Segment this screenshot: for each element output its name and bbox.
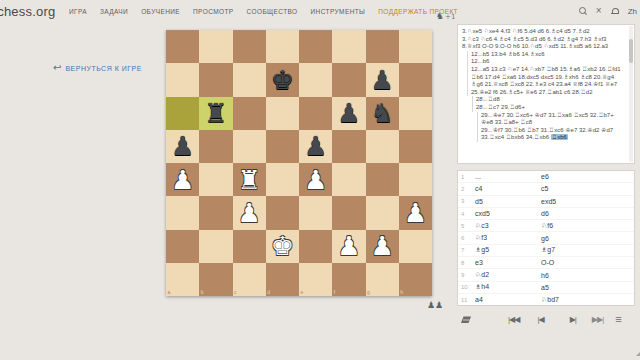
square-d2[interactable]: ♚ — [266, 230, 299, 263]
white-move[interactable]: c4 — [475, 185, 541, 192]
go-previous-move-button[interactable]: |◀ — [537, 315, 543, 324]
black-move[interactable]: exd5 — [541, 198, 634, 205]
site-logo-text: lichess.org — [0, 4, 55, 19]
file-label-b: b — [201, 290, 204, 295]
material-indicator-black: ♞ +1 — [436, 12, 455, 21]
move-row-5: 5♘c3♘f6 — [458, 220, 634, 232]
analysis-tree-panel: 3.♘xe5 ♘xe4 4.f3 ♘f6 5.d4 d6 6.♗c4 d5 7.… — [457, 24, 635, 164]
move-number: 7 — [458, 247, 475, 253]
square-f1[interactable]: f — [332, 263, 365, 296]
nav-right: × Zh — [579, 0, 637, 22]
square-e7[interactable] — [299, 63, 332, 96]
square-g6[interactable]: ♞ — [366, 97, 399, 130]
move-number: 8 — [458, 260, 475, 266]
square-h5[interactable] — [399, 130, 432, 163]
username[interactable]: Zh — [628, 7, 637, 16]
square-f6[interactable]: ♟ — [332, 97, 365, 130]
square-e1[interactable]: e — [299, 263, 332, 296]
white-rook-c4: ♜ — [237, 167, 260, 193]
file-label-d: d — [267, 290, 270, 295]
menu-item-игра[interactable]: ИГРА — [69, 8, 87, 15]
file-label-h: h — [400, 290, 403, 295]
square-g1[interactable]: g — [366, 263, 399, 296]
moves-table: 1...e62c4c53d5exd54cxd5d65♘c3♘f66♘f3g67♗… — [457, 170, 635, 306]
menu-item-просмотр[interactable]: ПРОСМОТР — [193, 8, 234, 15]
challenges-icon[interactable]: × — [596, 6, 602, 16]
square-c7[interactable] — [233, 63, 266, 96]
captured-pawns-icon: ♟♟ — [427, 301, 443, 310]
black-move[interactable]: O-O — [541, 259, 634, 266]
current-move[interactable]: ♖xb6 — [551, 134, 568, 140]
move-row-11: 11a4♘bd7 — [458, 294, 634, 306]
variation-line-3[interactable]: 12...b5 13.b4 ♗b6 14.♗xc6 — [467, 51, 626, 59]
square-h7[interactable] — [399, 63, 432, 96]
square-g4[interactable] — [366, 163, 399, 196]
move-row-1: 1...e6 — [458, 171, 634, 183]
black-move[interactable]: ♘f6 — [541, 222, 634, 230]
square-c4[interactable]: ♜ — [233, 163, 266, 196]
square-a6[interactable] — [166, 97, 199, 130]
square-d7[interactable]: ♚ — [266, 63, 299, 96]
square-c3[interactable]: ♟ — [233, 196, 266, 229]
file-label-e: e — [301, 290, 304, 295]
black-move[interactable]: a5 — [541, 284, 634, 291]
white-move[interactable]: ♗g5 — [475, 246, 541, 254]
square-a2[interactable] — [166, 230, 199, 263]
chess-board: ♚♟♜♟♞♟♟♟♜♟♟♟♚♟♟abcdefgh — [166, 30, 432, 296]
variation-line-5[interactable]: 12...a5 13.c3 ♘e7 14.♘xb7 ♖b8 15.♗a6 ♖xb… — [467, 66, 626, 96]
square-b7[interactable] — [199, 63, 232, 96]
square-d3[interactable] — [266, 196, 299, 229]
square-b6[interactable]: ♜ — [199, 97, 232, 130]
square-f8[interactable] — [332, 30, 365, 63]
menu-item-задачи[interactable]: ЗАДАЧИ — [100, 8, 128, 15]
white-move[interactable]: ... — [475, 173, 541, 180]
white-pawn-g2: ♟ — [370, 233, 393, 259]
search-icon[interactable] — [579, 7, 587, 15]
move-number: 3 — [458, 198, 475, 204]
main-menu: ИГРАЗАДАЧИОБУЧЕНИЕПРОСМОТРСООБЩЕСТВОИНСТ… — [69, 8, 458, 15]
move-row-2: 2c4c5 — [458, 183, 634, 195]
move-row-3: 3d5exd5 — [458, 196, 634, 208]
go-first-move-button[interactable]: |◀◀ — [508, 315, 519, 324]
analysis-tree: 3.♘xe5 ♘xe4 4.f3 ♘f6 5.d4 d6 6.♗c4 d5 7.… — [458, 25, 634, 144]
site-logo[interactable]: lichess.org — [0, 2, 55, 20]
move-number: 10 — [458, 284, 475, 290]
move-row-10: 10♗h4a5 — [458, 282, 634, 294]
tree-scrollbar-thumb[interactable] — [629, 39, 633, 63]
move-number: 11 — [458, 297, 475, 303]
white-move[interactable]: ♘d2 — [475, 271, 541, 279]
black-move[interactable]: c5 — [541, 185, 634, 192]
square-b5[interactable] — [199, 130, 232, 163]
move-number: 1 — [458, 174, 475, 180]
menu-item-сообщество[interactable]: СООБЩЕСТВО — [247, 8, 298, 15]
file-label-g: g — [367, 290, 370, 295]
white-king-d2: ♚ — [271, 233, 294, 259]
white-move[interactable]: d5 — [475, 198, 541, 205]
move-row-6: 6♘f3g6 — [458, 232, 634, 244]
go-last-move-button[interactable]: ▶▶| — [592, 315, 603, 324]
black-move[interactable]: ♘bd7 — [541, 296, 634, 304]
square-a5[interactable]: ♟ — [166, 130, 199, 163]
square-e4[interactable]: ♟ — [299, 163, 332, 196]
square-f7[interactable] — [332, 63, 365, 96]
white-pawn-h3: ♟ — [404, 200, 427, 226]
black-knight-g6: ♞ — [370, 100, 393, 126]
square-g8[interactable] — [366, 30, 399, 63]
square-d5[interactable] — [266, 130, 299, 163]
square-d4[interactable] — [266, 163, 299, 196]
white-pawn-c3: ♟ — [237, 200, 260, 226]
square-b3[interactable] — [199, 196, 232, 229]
white-move[interactable]: ♘c3 — [475, 222, 541, 230]
variation-line-9[interactable]: 29...♔f7 30.♖b6 ♖b7 31.♖xc6 ♔e7 32.♔d2 ♔… — [477, 127, 626, 142]
square-b4[interactable] — [199, 163, 232, 196]
move-row-9: 9♘d2h6 — [458, 269, 634, 281]
material-score: +1 — [445, 13, 455, 21]
move-row-4: 4cxd5d6 — [458, 208, 634, 220]
black-rook-b6: ♜ — [204, 100, 227, 126]
square-c2[interactable] — [233, 230, 266, 263]
black-pawn-e5: ♟ — [304, 133, 327, 159]
back-arrow-icon: ↩ — [53, 63, 61, 73]
square-f2[interactable]: ♟ — [332, 230, 365, 263]
white-pawn-f2: ♟ — [337, 233, 360, 259]
analysis-toolbar: |◀◀ |◀ ▶| ▶▶| ≡ — [457, 311, 635, 327]
variation-line-6[interactable]: 28...♖d8 — [472, 96, 626, 104]
square-c6[interactable] — [233, 97, 266, 130]
square-e2[interactable] — [299, 230, 332, 263]
square-a1[interactable]: a — [166, 263, 199, 296]
square-h1[interactable]: h — [399, 263, 432, 296]
back-to-game-link[interactable]: ↩ ВЕРНУТЬСЯ К ИГРЕ — [53, 63, 142, 73]
file-label-a: a — [168, 290, 171, 295]
square-g3[interactable] — [366, 196, 399, 229]
square-d1[interactable]: d — [266, 263, 299, 296]
back-to-game-label: ВЕРНУТЬСЯ К ИГРЕ — [65, 65, 141, 72]
menu-item-инструменты[interactable]: ИНСТРУМЕНТЫ — [311, 8, 366, 15]
square-c8[interactable] — [233, 30, 266, 63]
square-e3[interactable] — [299, 196, 332, 229]
square-e5[interactable]: ♟ — [299, 130, 332, 163]
white-move[interactable]: e3 — [475, 259, 541, 266]
square-b1[interactable]: b — [199, 263, 232, 296]
square-b8[interactable] — [199, 30, 232, 63]
square-h2[interactable] — [399, 230, 432, 263]
square-f5[interactable] — [332, 130, 365, 163]
square-d6[interactable] — [266, 97, 299, 130]
material-indicator-white: ♟♟ — [427, 301, 443, 310]
square-a4[interactable]: ♟ — [166, 163, 199, 196]
square-c1[interactable]: c — [233, 263, 266, 296]
black-pawn-g7: ♟ — [370, 67, 393, 93]
move-row-8: 8e3O-O — [458, 257, 634, 269]
black-move[interactable]: h6 — [541, 272, 634, 279]
square-f3[interactable] — [332, 196, 365, 229]
variation-line-8[interactable]: 29...♔e7 30.♖xc6+ ♔d7 31.♖xa6 ♖xc5 32.♖b… — [477, 112, 626, 127]
move-number: 2 — [458, 186, 475, 192]
move-number: 5 — [458, 223, 475, 229]
opening-book-icon[interactable] — [460, 310, 472, 328]
square-b2[interactable] — [199, 230, 232, 263]
black-move[interactable]: ♗g7 — [541, 246, 634, 254]
variation-line-4[interactable]: 12...b6 — [467, 58, 626, 66]
white-pawn-e4: ♟ — [304, 167, 327, 193]
move-number: 6 — [458, 235, 475, 241]
square-e8[interactable] — [299, 30, 332, 63]
white-move[interactable]: ♗h4 — [475, 283, 541, 291]
white-move[interactable]: a4 — [475, 296, 541, 303]
black-king-d7: ♚ — [271, 67, 294, 93]
square-g2[interactable]: ♟ — [366, 230, 399, 263]
square-g7[interactable]: ♟ — [366, 63, 399, 96]
white-move[interactable]: ♘f3 — [475, 234, 541, 242]
black-move[interactable]: g6 — [541, 235, 634, 242]
go-next-move-button[interactable]: ▶| — [570, 315, 576, 324]
white-pawn-a4: ♟ — [171, 167, 194, 193]
black-knight-material-icon: ♞ — [436, 12, 444, 21]
toolbar-menu-icon[interactable]: ≡ — [615, 314, 621, 325]
square-e6[interactable] — [299, 97, 332, 130]
square-a8[interactable] — [166, 30, 199, 63]
square-h3[interactable]: ♟ — [399, 196, 432, 229]
variation-line-2[interactable]: 3.♘c3 ♘c6 4.♗c4 ♗c5 5.d3 d6 6.♗d2 ♗g4 7.… — [462, 36, 626, 51]
top-nav: lichess.org ИГРАЗАДАЧИОБУЧЕНИЕПРОСМОТРСО… — [0, 0, 640, 22]
square-a7[interactable] — [166, 63, 199, 96]
square-c5[interactable] — [233, 130, 266, 163]
black-pawn-a5: ♟ — [171, 133, 194, 159]
page-corner-handle — [636, 350, 640, 356]
square-h8[interactable] — [399, 30, 432, 63]
variation-line-7[interactable]: 28...♖c7 29.♖d6+ — [472, 104, 626, 112]
square-d8[interactable] — [266, 30, 299, 63]
notifications-bell-icon[interactable] — [611, 7, 619, 16]
square-h4[interactable] — [399, 163, 432, 196]
square-a3[interactable] — [166, 196, 199, 229]
black-move[interactable]: d6 — [541, 210, 634, 217]
black-move[interactable]: e6 — [541, 173, 634, 180]
file-label-c: c — [234, 290, 237, 295]
white-move[interactable]: cxd5 — [475, 210, 541, 217]
square-h6[interactable] — [399, 97, 432, 130]
move-row-7: 7♗g5♗g7 — [458, 245, 634, 257]
move-number: 9 — [458, 272, 475, 278]
square-g5[interactable] — [366, 130, 399, 163]
square-f4[interactable] — [332, 163, 365, 196]
variation-line-1[interactable]: 3.♘xe5 ♘xe4 4.f3 ♘f6 5.d4 d6 6.♗c4 d5 7.… — [462, 28, 626, 36]
black-pawn-f6: ♟ — [337, 100, 360, 126]
menu-item-обучение[interactable]: ОБУЧЕНИЕ — [141, 8, 180, 15]
move-number: 4 — [458, 211, 475, 217]
file-label-f: f — [334, 290, 335, 295]
